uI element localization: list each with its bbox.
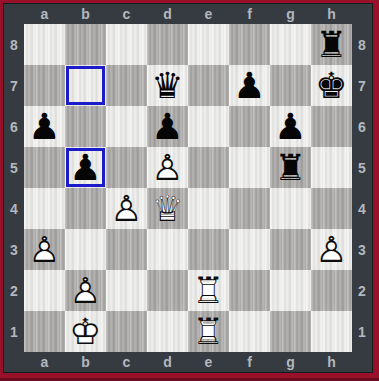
square-b6[interactable] <box>65 106 106 147</box>
piece-outline-layer: ♖ <box>192 273 224 309</box>
square-h1[interactable] <box>311 311 352 352</box>
white-pawn[interactable]: ♟♙ <box>106 188 147 229</box>
rank-label-right-5: 5 <box>352 147 372 188</box>
file-label-bottom-e: e <box>188 352 229 372</box>
square-a5[interactable] <box>24 147 65 188</box>
white-king[interactable]: ♚♔ <box>65 311 106 352</box>
square-f7[interactable]: ♟ <box>229 65 270 106</box>
file-label-top-h: h <box>311 4 352 24</box>
rank-label-right-8: 8 <box>352 24 372 65</box>
square-b3[interactable] <box>65 229 106 270</box>
square-g3[interactable] <box>270 229 311 270</box>
file-label-bottom-f: f <box>229 352 270 372</box>
black-king[interactable]: ♚ <box>311 65 352 106</box>
rank-label-left-7: 7 <box>4 65 24 106</box>
square-f2[interactable] <box>229 270 270 311</box>
square-g8[interactable] <box>270 24 311 65</box>
piece-glyph: ♟ <box>28 109 60 145</box>
piece-glyph: ♚ <box>315 68 347 104</box>
square-d1[interactable] <box>147 311 188 352</box>
piece-outline-layer: ♔ <box>69 314 101 350</box>
piece-outline-layer: ♙ <box>315 232 347 268</box>
square-b8[interactable] <box>65 24 106 65</box>
piece-outline-layer: ♖ <box>192 314 224 350</box>
rank-label-right-1: 1 <box>352 311 372 352</box>
coordinate-strip-corner <box>4 352 24 372</box>
white-rook[interactable]: ♜♖ <box>188 270 229 311</box>
square-e3[interactable] <box>188 229 229 270</box>
square-f1[interactable] <box>229 311 270 352</box>
square-a1[interactable] <box>24 311 65 352</box>
white-pawn[interactable]: ♟♙ <box>24 229 65 270</box>
black-pawn[interactable]: ♟ <box>229 65 270 106</box>
chessboard-frame: abcdefgh8♜87♛♟♚76♟♟♟65♟♟♙♜54♟♙♛♕43♟♙♟♙32… <box>0 0 379 381</box>
square-f5[interactable] <box>229 147 270 188</box>
square-e6[interactable] <box>188 106 229 147</box>
piece-glyph: ♜ <box>274 150 306 186</box>
square-b1[interactable]: ♚♔ <box>65 311 106 352</box>
piece-glyph: ♟ <box>151 109 183 145</box>
square-d7[interactable]: ♛ <box>147 65 188 106</box>
white-rook[interactable]: ♜♖ <box>188 311 229 352</box>
square-d8[interactable] <box>147 24 188 65</box>
piece-glyph: ♛ <box>151 68 183 104</box>
square-c1[interactable] <box>106 311 147 352</box>
rank-label-left-6: 6 <box>4 106 24 147</box>
piece-glyph: ♟ <box>69 150 101 186</box>
white-pawn[interactable]: ♟♙ <box>65 270 106 311</box>
square-g5[interactable]: ♜ <box>270 147 311 188</box>
coordinate-strip-corner <box>352 352 372 372</box>
file-label-bottom-d: d <box>147 352 188 372</box>
square-e8[interactable] <box>188 24 229 65</box>
square-c7[interactable] <box>106 65 147 106</box>
file-label-top-c: c <box>106 4 147 24</box>
white-pawn[interactable]: ♟♙ <box>311 229 352 270</box>
piece-outline-layer: ♙ <box>110 191 142 227</box>
square-b5[interactable]: ♟ <box>65 147 106 188</box>
white-queen[interactable]: ♛♕ <box>147 188 188 229</box>
rank-label-right-4: 4 <box>352 188 372 229</box>
piece-outline-layer: ♕ <box>151 191 183 227</box>
rank-label-right-6: 6 <box>352 106 372 147</box>
file-label-bottom-h: h <box>311 352 352 372</box>
square-d6[interactable]: ♟ <box>147 106 188 147</box>
white-pawn[interactable]: ♟♙ <box>147 147 188 188</box>
square-f6[interactable] <box>229 106 270 147</box>
square-b4[interactable] <box>65 188 106 229</box>
rank-label-left-4: 4 <box>4 188 24 229</box>
file-label-bottom-b: b <box>65 352 106 372</box>
square-b7[interactable] <box>65 65 106 106</box>
square-e2[interactable]: ♜♖ <box>188 270 229 311</box>
black-rook[interactable]: ♜ <box>270 147 311 188</box>
square-g2[interactable] <box>270 270 311 311</box>
rank-label-right-3: 3 <box>352 229 372 270</box>
rank-label-left-5: 5 <box>4 147 24 188</box>
square-h4[interactable] <box>311 188 352 229</box>
square-g4[interactable] <box>270 188 311 229</box>
rank-label-left-8: 8 <box>4 24 24 65</box>
black-pawn[interactable]: ♟ <box>24 106 65 147</box>
piece-outline-layer: ♙ <box>28 232 60 268</box>
square-e1[interactable]: ♜♖ <box>188 311 229 352</box>
black-queen[interactable]: ♛ <box>147 65 188 106</box>
square-g1[interactable] <box>270 311 311 352</box>
piece-outline-layer: ♙ <box>151 150 183 186</box>
file-label-bottom-g: g <box>270 352 311 372</box>
square-c3[interactable] <box>106 229 147 270</box>
square-e7[interactable] <box>188 65 229 106</box>
piece-glyph: ♟ <box>274 109 306 145</box>
square-e4[interactable] <box>188 188 229 229</box>
square-e5[interactable] <box>188 147 229 188</box>
file-label-bottom-c: c <box>106 352 147 372</box>
file-label-top-e: e <box>188 4 229 24</box>
square-c4[interactable]: ♟♙ <box>106 188 147 229</box>
file-label-top-b: b <box>65 4 106 24</box>
rank-label-right-7: 7 <box>352 65 372 106</box>
square-d3[interactable] <box>147 229 188 270</box>
square-f8[interactable] <box>229 24 270 65</box>
piece-glyph: ♜ <box>315 27 347 63</box>
square-g7[interactable] <box>270 65 311 106</box>
square-c2[interactable] <box>106 270 147 311</box>
square-b2[interactable]: ♟♙ <box>65 270 106 311</box>
square-g6[interactable]: ♟ <box>270 106 311 147</box>
piece-glyph: ♟ <box>233 68 265 104</box>
square-a2[interactable] <box>24 270 65 311</box>
square-h2[interactable] <box>311 270 352 311</box>
square-h3[interactable]: ♟♙ <box>311 229 352 270</box>
rank-label-right-2: 2 <box>352 270 372 311</box>
file-label-top-f: f <box>229 4 270 24</box>
coordinate-strip-corner <box>352 4 372 24</box>
black-pawn[interactable]: ♟ <box>147 106 188 147</box>
square-c5[interactable] <box>106 147 147 188</box>
square-d2[interactable] <box>147 270 188 311</box>
square-h6[interactable] <box>311 106 352 147</box>
square-f3[interactable] <box>229 229 270 270</box>
square-c8[interactable] <box>106 24 147 65</box>
square-d4[interactable]: ♛♕ <box>147 188 188 229</box>
black-rook[interactable]: ♜ <box>311 24 352 65</box>
square-c6[interactable] <box>106 106 147 147</box>
file-label-top-a: a <box>24 4 65 24</box>
square-h7[interactable]: ♚ <box>311 65 352 106</box>
square-f4[interactable] <box>229 188 270 229</box>
black-pawn[interactable]: ♟ <box>65 147 106 188</box>
square-a3[interactable]: ♟♙ <box>24 229 65 270</box>
square-a4[interactable] <box>24 188 65 229</box>
rank-label-left-2: 2 <box>4 270 24 311</box>
piece-outline-layer: ♙ <box>69 273 101 309</box>
rank-label-left-3: 3 <box>4 229 24 270</box>
square-h8[interactable]: ♜ <box>311 24 352 65</box>
square-h5[interactable] <box>311 147 352 188</box>
file-label-top-g: g <box>270 4 311 24</box>
file-label-bottom-a: a <box>24 352 65 372</box>
coordinate-strip-corner <box>4 4 24 24</box>
square-d5[interactable]: ♟♙ <box>147 147 188 188</box>
rank-label-left-1: 1 <box>4 311 24 352</box>
chessboard: abcdefgh8♜87♛♟♚76♟♟♟65♟♟♙♜54♟♙♛♕43♟♙♟♙32… <box>4 4 372 372</box>
square-a7[interactable] <box>24 65 65 106</box>
file-label-top-d: d <box>147 4 188 24</box>
square-a6[interactable]: ♟ <box>24 106 65 147</box>
black-pawn[interactable]: ♟ <box>270 106 311 147</box>
square-a8[interactable] <box>24 24 65 65</box>
